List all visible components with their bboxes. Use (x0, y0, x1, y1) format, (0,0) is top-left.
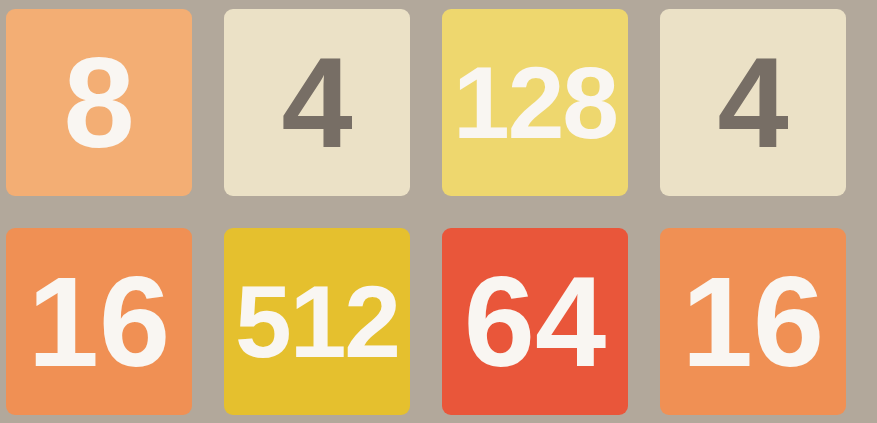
tile-4: 4 (224, 9, 410, 196)
board-grid[interactable]: 841284165126416 (6, 9, 846, 415)
tile-64: 64 (442, 228, 628, 415)
tile-128: 128 (442, 9, 628, 196)
tile-16: 16 (660, 228, 846, 415)
tile-512: 512 (224, 228, 410, 415)
tile-16: 16 (6, 228, 192, 415)
game-board-2048[interactable]: 841284165126416 (0, 0, 877, 423)
tile-4: 4 (660, 9, 846, 196)
tile-8: 8 (6, 9, 192, 196)
